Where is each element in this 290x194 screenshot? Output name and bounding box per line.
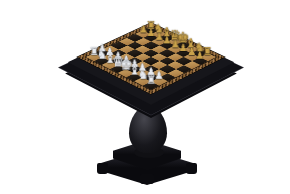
piece-gold-rook: ♜ — [200, 39, 216, 57]
table-top-scene: ♜♞♝♛♚♝♞♜♟♟♟♟♟♟♟♟♟♟♟♟♟♟♟♟♜♞♝♛♚♝♞♜ — [0, 0, 290, 194]
square-c3 — [118, 53, 134, 61]
piece-gold-rook: ♜ — [143, 13, 159, 30]
square-e4 — [143, 57, 159, 65]
piece-silver-rook: ♜ — [86, 39, 102, 57]
piece-gold-king: ♚ — [175, 28, 191, 46]
piece-gold-queen: ♛ — [167, 24, 183, 42]
piece-gold-knight: ♞ — [192, 35, 208, 53]
piece-gold-bishop: ♝ — [183, 31, 199, 49]
piece-gold-bishop: ♝ — [159, 20, 175, 38]
product-photo: ♜♞♝♛♚♝♞♜♟♟♟♟♟♟♟♟♟♟♟♟♟♟♟♟♜♞♝♛♚♝♞♜ — [0, 0, 290, 194]
